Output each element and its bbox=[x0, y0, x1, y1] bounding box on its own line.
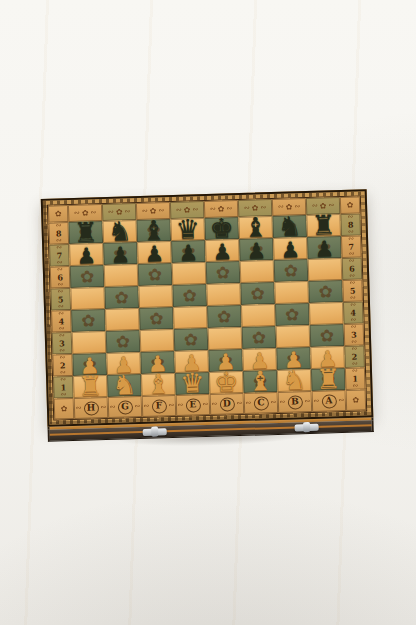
square-g1: ✿♞ bbox=[107, 374, 142, 397]
border-flourish-icon: ∾ bbox=[56, 244, 62, 251]
square-a4 bbox=[309, 302, 344, 325]
border-flourish-icon: ∾ bbox=[351, 324, 357, 331]
square-e8: ♛ bbox=[170, 218, 205, 241]
piece-light-bishop: ♝ bbox=[248, 367, 273, 395]
square-rosette-icon: ✿ bbox=[207, 305, 242, 328]
piece-dark-queen: ♛ bbox=[175, 215, 200, 243]
square-f8: ✿♝ bbox=[136, 219, 171, 242]
square-f5 bbox=[138, 285, 173, 308]
rosette-icon: ✿ bbox=[347, 201, 354, 209]
square-e3: ✿ bbox=[174, 328, 209, 351]
rank-label-right: ∾4∾ bbox=[343, 301, 364, 324]
piece-dark-pawn: ♟ bbox=[144, 243, 164, 266]
rank-label-left: ∾4∾ bbox=[51, 310, 72, 333]
square-b1: ♞ bbox=[277, 369, 312, 392]
rank-label-left: ∾3∾ bbox=[52, 332, 73, 355]
file-letter: A bbox=[321, 394, 336, 408]
square-rosette-icon: ✿ bbox=[275, 303, 310, 326]
rank-label-right: ∾8∾ bbox=[340, 213, 361, 236]
square-f3 bbox=[140, 329, 175, 352]
square-h1: ♜ bbox=[73, 375, 108, 398]
border-flourish-icon: ∾ bbox=[75, 405, 81, 412]
square-rosette-icon: ✿ bbox=[174, 328, 209, 351]
square-h5 bbox=[70, 287, 105, 310]
border-flourish-icon: ∾ bbox=[143, 403, 149, 410]
rank-label-left: ∾6∾ bbox=[50, 266, 71, 289]
square-c1: ✿♝ bbox=[243, 370, 278, 393]
piece-dark-pawn: ♟ bbox=[212, 241, 232, 264]
square-d1: ♚ bbox=[209, 371, 244, 394]
rosette-icon: ✿ bbox=[55, 210, 62, 218]
border-flourish-icon: ∾ bbox=[349, 258, 355, 265]
border-flourish-icon: ∾ bbox=[168, 402, 174, 409]
border-flourish-icon: ∾ bbox=[56, 222, 62, 229]
square-h3 bbox=[72, 331, 107, 354]
rank-label-left: ∾5∾ bbox=[50, 288, 71, 311]
border-flourish-icon: ∾ bbox=[134, 403, 140, 410]
square-a1: ✿♜ bbox=[311, 368, 346, 391]
square-d8: ✿♚ bbox=[204, 217, 239, 240]
square-rosette-icon: ✿ bbox=[172, 284, 207, 307]
rank-label-right: ∾1∾ bbox=[345, 367, 366, 390]
square-rosette-icon: ✿ bbox=[139, 307, 174, 330]
border-flourish-icon: ∾ bbox=[211, 401, 217, 408]
piece-light-bishop: ♝ bbox=[146, 370, 171, 398]
piece-dark-knight: ♞ bbox=[107, 217, 132, 245]
frame-corner: ✿ bbox=[54, 398, 75, 420]
square-a3: ✿ bbox=[310, 324, 345, 347]
border-flourish-icon: ∾ bbox=[279, 399, 285, 406]
border-flourish-icon: ∾ bbox=[348, 236, 354, 243]
rank-label-right: ∾7∾ bbox=[341, 235, 362, 258]
square-f1: ♝ bbox=[141, 373, 176, 396]
square-rosette-icon: ✿ bbox=[308, 280, 343, 303]
piece-dark-pawn: ♟ bbox=[280, 239, 300, 262]
border-flourish-icon: ∾ bbox=[313, 398, 319, 405]
piece-dark-rook: ♜ bbox=[311, 211, 336, 239]
file-letter: G bbox=[117, 400, 132, 414]
square-rosette-icon: ✿ bbox=[104, 286, 139, 309]
border-flourish-icon: ∾ bbox=[109, 404, 115, 411]
file-letter: D bbox=[219, 397, 234, 411]
square-g5: ✿ bbox=[104, 286, 139, 309]
piece-dark-knight: ♞ bbox=[277, 212, 302, 240]
border-flourish-icon: ∾ bbox=[350, 302, 356, 309]
square-e1: ✿♛ bbox=[175, 372, 210, 395]
square-d5 bbox=[206, 283, 241, 306]
frame-corner: ✿ bbox=[346, 389, 367, 411]
border-flourish-icon: ∾ bbox=[236, 400, 242, 407]
frame-corner: ✿ bbox=[48, 205, 68, 223]
border-flourish-icon: ∾ bbox=[245, 400, 251, 407]
border-flourish-icon: ∾ bbox=[304, 398, 310, 405]
rank-label-left: ∾1∾ bbox=[53, 376, 74, 399]
square-c8: ♝ bbox=[238, 216, 273, 239]
border-flourish-icon: ∾ bbox=[338, 397, 344, 404]
square-c4 bbox=[241, 304, 276, 327]
piece-light-rook: ♜ bbox=[316, 365, 341, 393]
square-e4 bbox=[173, 306, 208, 329]
rank-label-right: ∾5∾ bbox=[342, 279, 363, 302]
border-flourish-icon: ∾ bbox=[57, 288, 63, 295]
file-letter: B bbox=[287, 395, 302, 409]
square-c5: ✿ bbox=[240, 282, 275, 305]
piece-light-rook: ♜ bbox=[78, 372, 103, 400]
file-letter: E bbox=[185, 398, 200, 412]
rosette-icon: ✿ bbox=[61, 405, 68, 413]
square-rosette-icon: ✿ bbox=[242, 326, 277, 349]
square-h4: ✿ bbox=[71, 309, 106, 332]
file-letter: F bbox=[151, 399, 166, 413]
border-flourish-icon: ∾ bbox=[177, 402, 183, 409]
border-flourish-icon: ∾ bbox=[347, 214, 353, 221]
board-frame: ✿∾✿∾∾✿∾∾✿∾∾✿∾∾✿∾∾✿∾∾✿∾∾✿∾✿∾8∾✿♜♞✿♝♛✿♚♝✿♞… bbox=[41, 189, 374, 427]
square-d3 bbox=[208, 327, 243, 350]
square-rosette-icon: ✿ bbox=[310, 324, 345, 347]
piece-dark-pawn: ♟ bbox=[76, 245, 96, 268]
border-flourish-icon: ∾ bbox=[58, 310, 64, 317]
border-flourish-icon: ∾ bbox=[351, 346, 357, 353]
square-a5: ✿ bbox=[308, 280, 343, 303]
border-flourish-icon: ∾ bbox=[60, 376, 66, 383]
square-b5 bbox=[274, 281, 309, 304]
square-d4: ✿ bbox=[207, 305, 242, 328]
rank-label-left: ∾7∾ bbox=[49, 244, 70, 267]
piece-dark-pawn: ♟ bbox=[110, 244, 130, 267]
square-a8: ♜ bbox=[306, 214, 341, 237]
border-flourish-icon: ∾ bbox=[57, 266, 63, 273]
frame-corner: ✿ bbox=[340, 196, 360, 214]
square-b3 bbox=[276, 325, 311, 348]
border-flourish-icon: ∾ bbox=[202, 401, 208, 408]
square-rosette-icon: ✿ bbox=[240, 282, 275, 305]
piece-dark-pawn: ♟ bbox=[246, 240, 266, 263]
square-g8: ♞ bbox=[102, 220, 137, 243]
piece-dark-bishop: ♝ bbox=[141, 216, 166, 244]
square-rosette-icon: ✿ bbox=[106, 330, 141, 353]
border-flourish-icon: ∾ bbox=[349, 280, 355, 287]
chess-set: ✿∾✿∾∾✿∾∾✿∾∾✿∾∾✿∾∾✿∾∾✿∾∾✿∾✿∾8∾✿♜♞✿♝♛✿♚♝✿♞… bbox=[41, 189, 374, 442]
square-g4 bbox=[105, 308, 140, 331]
piece-dark-king: ♚ bbox=[209, 214, 234, 242]
rank-label-left: ∾8∾ bbox=[48, 222, 69, 245]
border-flourish-icon: ∾ bbox=[59, 354, 65, 361]
square-h8: ✿♜ bbox=[68, 221, 103, 244]
piece-dark-pawn: ♟ bbox=[314, 238, 334, 261]
rosette-icon: ✿ bbox=[352, 396, 359, 404]
piece-dark-pawn: ♟ bbox=[178, 242, 198, 265]
piece-light-king: ♚ bbox=[214, 368, 239, 396]
rank-label-right: ∾3∾ bbox=[344, 323, 365, 346]
rank-label-left: ∾2∾ bbox=[52, 354, 73, 377]
file-letter: C bbox=[253, 396, 268, 410]
hinge-icon bbox=[143, 428, 167, 436]
border-flourish-icon: ∾ bbox=[270, 399, 276, 406]
square-f4: ✿ bbox=[139, 307, 174, 330]
square-c3: ✿ bbox=[242, 326, 277, 349]
piece-dark-bishop: ♝ bbox=[243, 213, 268, 241]
border-flourish-icon: ∾ bbox=[352, 368, 358, 375]
piece-light-knight: ♞ bbox=[282, 366, 307, 394]
square-e5: ✿ bbox=[172, 284, 207, 307]
rank-label-right: ∾6∾ bbox=[342, 257, 363, 280]
square-rosette-icon: ✿ bbox=[71, 309, 106, 332]
hinge-icon bbox=[294, 424, 318, 432]
piece-light-knight: ♞ bbox=[112, 371, 137, 399]
chess-board: ✿∾✿∾∾✿∾∾✿∾∾✿∾∾✿∾∾✿∾∾✿∾∾✿∾✿∾8∾✿♜♞✿♝♛✿♚♝✿♞… bbox=[47, 195, 367, 420]
square-b8: ✿♞ bbox=[272, 215, 307, 238]
square-g3: ✿ bbox=[106, 330, 141, 353]
piece-dark-rook: ♜ bbox=[73, 218, 98, 246]
border-flourish-icon: ∾ bbox=[59, 332, 65, 339]
border-flourish-icon: ∾ bbox=[100, 404, 106, 411]
rank-label-right: ∾2∾ bbox=[344, 345, 365, 368]
file-letter: H bbox=[83, 401, 98, 415]
piece-light-queen: ♛ bbox=[180, 369, 205, 397]
square-b4: ✿ bbox=[275, 303, 310, 326]
